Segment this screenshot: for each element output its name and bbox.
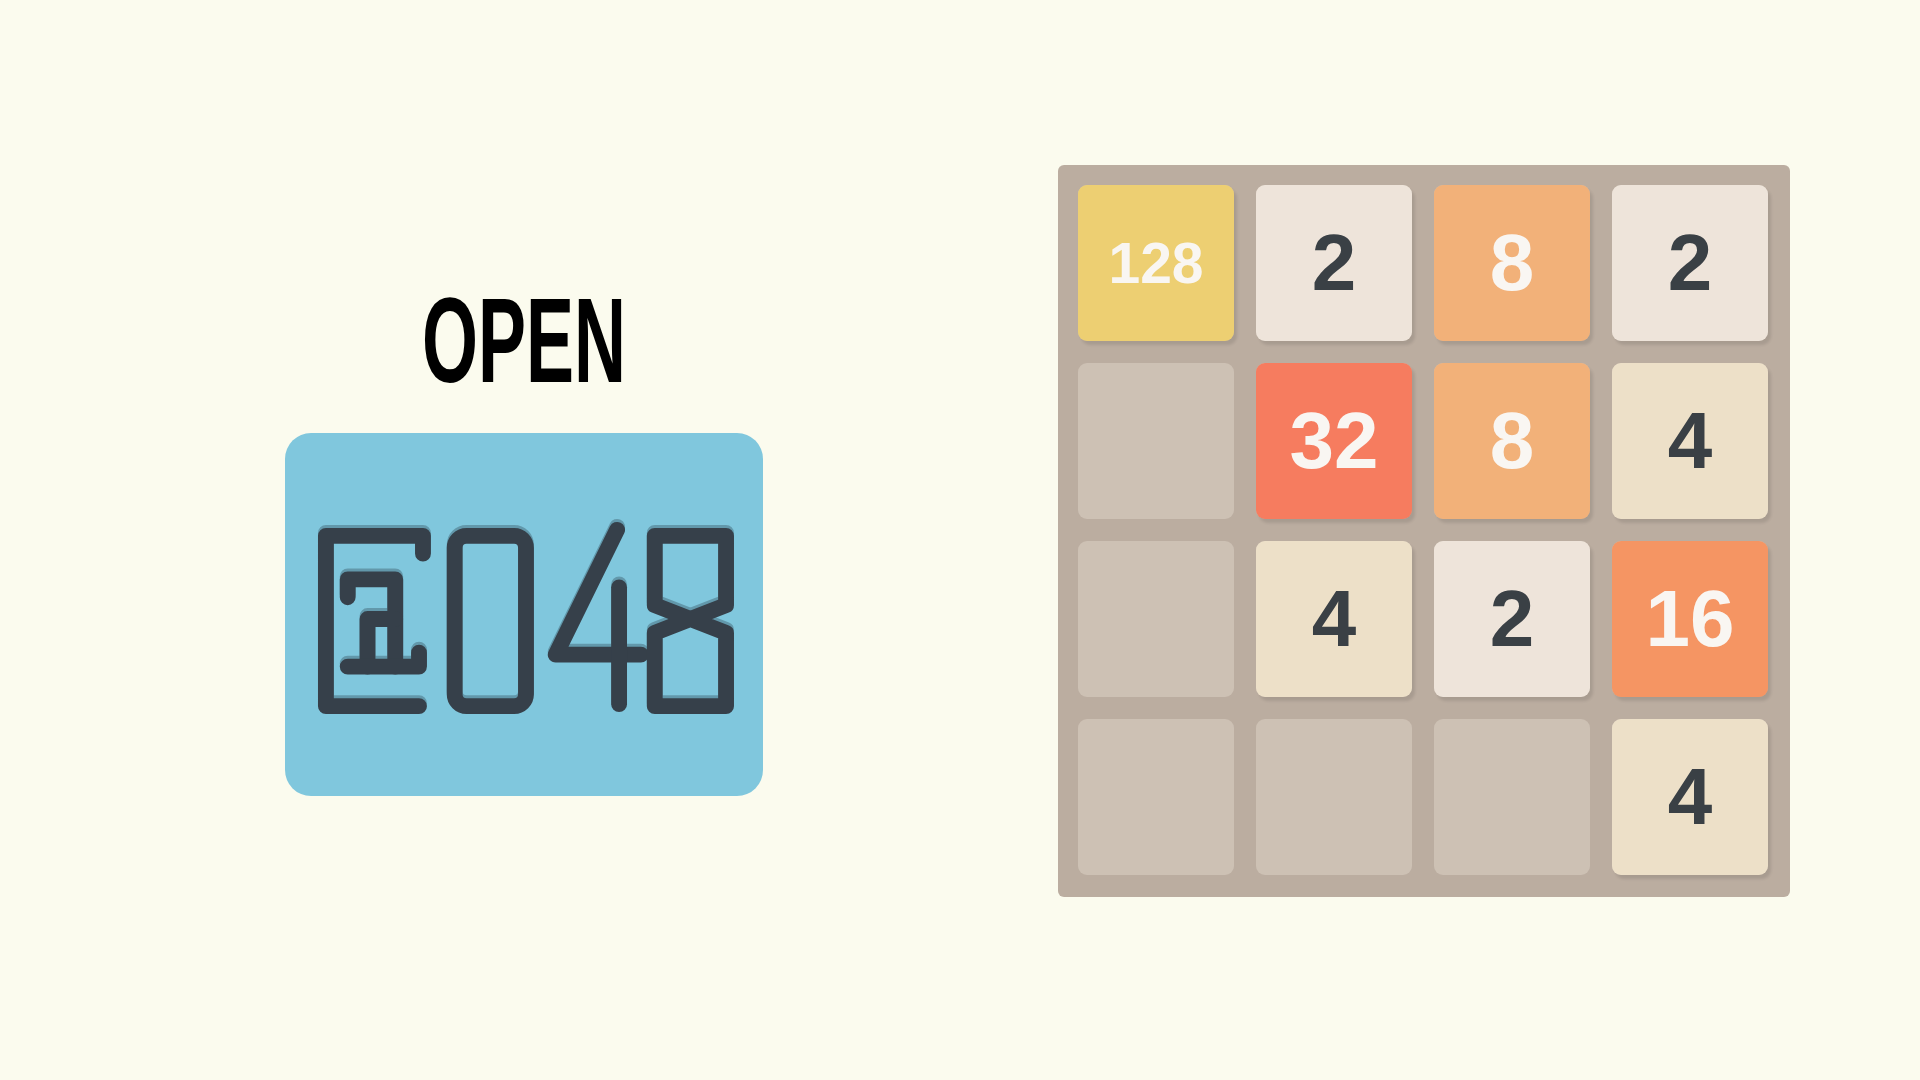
cell-r3c3: 2 xyxy=(1434,541,1590,697)
logo-at048-graphic xyxy=(306,516,742,724)
tile-128: 128 xyxy=(1078,185,1234,341)
tile-8: 8 xyxy=(1434,363,1590,519)
tile-32: 32 xyxy=(1256,363,1412,519)
cell-r4c4: 4 xyxy=(1612,719,1768,875)
page: { "game": "2048", "position": "128,2,8,2… xyxy=(0,0,1920,1080)
cell-r1c4: 2 xyxy=(1612,185,1768,341)
cell-r1c1: 128 xyxy=(1078,185,1234,341)
tile-4: 4 xyxy=(1256,541,1412,697)
tile-4: 4 xyxy=(1612,719,1768,875)
cell-r1c3: 8 xyxy=(1434,185,1590,341)
tile-2: 2 xyxy=(1612,185,1768,341)
logo-glyph-0 xyxy=(455,535,526,705)
board-2048[interactable]: 128282328442164 xyxy=(1058,165,1790,897)
cell-r2c1 xyxy=(1078,363,1234,519)
tile-2: 2 xyxy=(1256,185,1412,341)
cell-r4c2 xyxy=(1256,719,1412,875)
cell-r2c4: 4 xyxy=(1612,363,1768,519)
tile-2: 2 xyxy=(1434,541,1590,697)
cell-r4c3 xyxy=(1434,719,1590,875)
tile-4: 4 xyxy=(1612,363,1768,519)
cell-r3c1 xyxy=(1078,541,1234,697)
cell-r1c2: 2 xyxy=(1256,185,1412,341)
logo-glyph-8 xyxy=(655,535,726,705)
cell-r3c4: 16 xyxy=(1612,541,1768,697)
logo-card[interactable] xyxy=(285,433,763,796)
logo-glyph-4 xyxy=(556,529,641,703)
cell-r3c2: 4 xyxy=(1256,541,1412,697)
cell-r4c1 xyxy=(1078,719,1234,875)
logo-glyph-at xyxy=(326,535,423,705)
tile-8: 8 xyxy=(1434,185,1590,341)
open-headline: OPEN xyxy=(381,280,668,400)
cell-r2c2: 32 xyxy=(1256,363,1412,519)
cell-r2c3: 8 xyxy=(1434,363,1590,519)
tile-16: 16 xyxy=(1612,541,1768,697)
